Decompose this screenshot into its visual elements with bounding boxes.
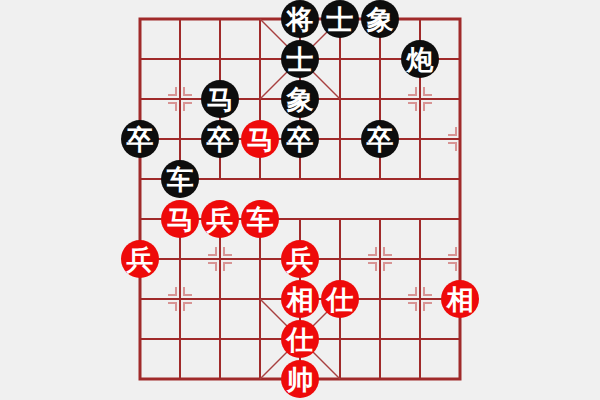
- point-marker: [384, 247, 392, 255]
- piece-red-horse[interactable]: 马: [241, 120, 279, 158]
- point-marker: [424, 87, 432, 95]
- point-marker: [224, 247, 232, 255]
- piece-black-cannon[interactable]: 炮: [401, 40, 439, 78]
- piece-red-chariot[interactable]: 车: [241, 200, 279, 238]
- point-marker: [184, 303, 192, 311]
- point-marker: [408, 303, 416, 311]
- app-background: 将士象士炮马象卒卒马卒卒车马兵车兵兵相仕相仕帅: [0, 0, 600, 400]
- piece-black-elephant[interactable]: 象: [361, 0, 399, 38]
- point-marker: [168, 87, 176, 95]
- point-marker: [448, 143, 456, 151]
- point-marker: [368, 263, 376, 271]
- point-marker: [208, 247, 216, 255]
- piece-red-advisor[interactable]: 仕: [281, 320, 319, 358]
- piece-black-elephant[interactable]: 象: [281, 80, 319, 118]
- point-marker: [408, 87, 416, 95]
- point-marker: [184, 87, 192, 95]
- point-marker: [168, 287, 176, 295]
- point-marker: [448, 127, 456, 135]
- point-marker: [184, 287, 192, 295]
- piece-black-general[interactable]: 将: [281, 0, 319, 38]
- point-marker: [168, 103, 176, 111]
- piece-black-advisor[interactable]: 士: [321, 0, 359, 38]
- piece-black-soldier[interactable]: 卒: [121, 120, 159, 158]
- point-marker: [184, 103, 192, 111]
- point-marker: [224, 263, 232, 271]
- piece-red-soldier[interactable]: 兵: [201, 200, 239, 238]
- xiangqi-board: 将士象士炮马象卒卒马卒卒车马兵车兵兵相仕相仕帅: [0, 0, 600, 400]
- point-marker: [408, 103, 416, 111]
- piece-red-soldier[interactable]: 兵: [281, 240, 319, 278]
- piece-red-elephant[interactable]: 相: [441, 280, 479, 318]
- point-marker: [168, 303, 176, 311]
- point-marker: [384, 263, 392, 271]
- point-marker: [408, 287, 416, 295]
- piece-red-soldier[interactable]: 兵: [121, 240, 159, 278]
- piece-black-soldier[interactable]: 卒: [281, 120, 319, 158]
- point-marker: [448, 247, 456, 255]
- piece-red-advisor[interactable]: 仕: [321, 280, 359, 318]
- point-marker: [424, 103, 432, 111]
- point-marker: [424, 303, 432, 311]
- piece-black-soldier[interactable]: 卒: [201, 120, 239, 158]
- piece-black-soldier[interactable]: 卒: [361, 120, 399, 158]
- piece-red-elephant[interactable]: 相: [281, 280, 319, 318]
- point-marker: [368, 247, 376, 255]
- piece-red-horse[interactable]: 马: [161, 200, 199, 238]
- piece-black-advisor[interactable]: 士: [281, 40, 319, 78]
- point-marker: [208, 263, 216, 271]
- point-marker: [448, 263, 456, 271]
- piece-black-chariot[interactable]: 车: [161, 160, 199, 198]
- point-marker: [424, 287, 432, 295]
- piece-black-horse[interactable]: 马: [201, 80, 239, 118]
- piece-red-general[interactable]: 帅: [281, 360, 319, 398]
